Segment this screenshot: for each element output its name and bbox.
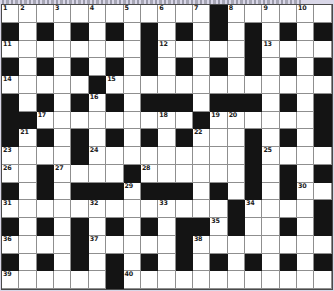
white-cell-r9c10[interactable] bbox=[176, 165, 193, 183]
white-cell-r15c17[interactable] bbox=[297, 271, 314, 289]
black-cell-r7c10 bbox=[176, 129, 193, 147]
white-cell-r11c12[interactable] bbox=[210, 200, 227, 218]
white-cell-r9c15[interactable] bbox=[262, 165, 279, 183]
black-cell-r11c13 bbox=[228, 200, 245, 218]
black-cell-r10c4 bbox=[71, 183, 88, 201]
white-cell-r15c5[interactable] bbox=[89, 271, 106, 289]
white-cell-r15c4[interactable] bbox=[71, 271, 88, 289]
white-cell-r3c17[interactable] bbox=[297, 58, 314, 76]
white-cell-r8c16[interactable] bbox=[280, 147, 297, 165]
white-cell-r8c12[interactable] bbox=[210, 147, 227, 165]
black-cell-r12c4 bbox=[71, 218, 88, 236]
black-cell-r5c16 bbox=[280, 94, 297, 112]
white-cell-r6c15[interactable] bbox=[262, 112, 279, 130]
black-cell-r12c18 bbox=[314, 218, 331, 236]
white-cell-r4c7[interactable] bbox=[124, 76, 141, 94]
black-cell-r12c16 bbox=[280, 218, 297, 236]
black-cell-r8c14 bbox=[245, 147, 262, 165]
white-cell-r8c3[interactable] bbox=[54, 147, 71, 165]
white-cell-r9c12[interactable] bbox=[210, 165, 227, 183]
black-cell-r6c18 bbox=[314, 112, 331, 130]
white-cell-r7c9[interactable] bbox=[158, 129, 175, 147]
white-cell-r13c6[interactable] bbox=[106, 236, 123, 254]
white-cell-r8c11[interactable] bbox=[193, 147, 210, 165]
white-cell-r8c13[interactable] bbox=[228, 147, 245, 165]
white-cell-r1c11[interactable] bbox=[193, 23, 210, 41]
white-cell-r15c9[interactable] bbox=[158, 271, 175, 289]
white-cell-r7c7[interactable] bbox=[124, 129, 141, 147]
black-cell-r8c4 bbox=[71, 147, 88, 165]
white-cell-r1c15[interactable] bbox=[262, 23, 279, 41]
white-cell-r14c5[interactable] bbox=[89, 254, 106, 272]
clue-number-6: 6 bbox=[159, 5, 163, 12]
clue-number-25: 25 bbox=[263, 147, 271, 154]
white-cell-r13c2[interactable] bbox=[37, 236, 54, 254]
black-cell-r3c4 bbox=[71, 58, 88, 76]
clue-number-8: 8 bbox=[229, 5, 233, 12]
clue-number-15: 15 bbox=[107, 76, 115, 83]
black-cell-r12c10 bbox=[176, 218, 193, 236]
white-cell-r4c9[interactable] bbox=[158, 76, 175, 94]
black-cell-r2c8 bbox=[141, 41, 158, 59]
black-cell-r7c0 bbox=[2, 129, 19, 147]
white-cell-r4c10[interactable] bbox=[176, 76, 193, 94]
white-cell-r6c16[interactable] bbox=[280, 112, 297, 130]
white-cell-r7c5[interactable] bbox=[89, 129, 106, 147]
white-cell-r6c12[interactable]: 19 bbox=[210, 112, 227, 130]
black-cell-r14c6 bbox=[106, 254, 123, 272]
white-cell-r14c13[interactable] bbox=[228, 254, 245, 272]
white-cell-r2c0[interactable]: 11 bbox=[2, 41, 19, 59]
white-cell-r2c17[interactable] bbox=[297, 41, 314, 59]
white-cell-r11c15[interactable] bbox=[262, 200, 279, 218]
clue-number-30: 30 bbox=[298, 183, 306, 190]
white-cell-r1c7[interactable] bbox=[124, 23, 141, 41]
black-cell-r3c10 bbox=[176, 58, 193, 76]
black-cell-r0c12 bbox=[210, 5, 227, 23]
clue-number-19: 19 bbox=[211, 112, 219, 119]
white-cell-r0c1[interactable]: 2 bbox=[19, 5, 36, 23]
white-cell-r5c1[interactable] bbox=[19, 94, 36, 112]
black-cell-r3c14 bbox=[245, 58, 262, 76]
white-cell-r14c1[interactable] bbox=[19, 254, 36, 272]
clue-number-40: 40 bbox=[125, 271, 133, 278]
white-cell-r8c8[interactable] bbox=[141, 147, 158, 165]
white-cell-r11c2[interactable] bbox=[37, 200, 54, 218]
white-cell-r12c17[interactable] bbox=[297, 218, 314, 236]
white-cell-r13c8[interactable] bbox=[141, 236, 158, 254]
white-cell-r0c4[interactable] bbox=[71, 5, 88, 23]
clue-number-17: 17 bbox=[38, 112, 46, 119]
white-cell-r11c16[interactable] bbox=[280, 200, 297, 218]
white-cell-r13c7[interactable] bbox=[124, 236, 141, 254]
black-cell-r5c18 bbox=[314, 94, 331, 112]
white-cell-r0c18[interactable] bbox=[314, 5, 331, 23]
black-cell-r5c6 bbox=[106, 94, 123, 112]
crossword-page: 1234567891011121314151617181920212223242… bbox=[0, 0, 334, 291]
white-cell-r10c11[interactable] bbox=[193, 183, 210, 201]
white-cell-r11c8[interactable] bbox=[141, 200, 158, 218]
black-cell-r10c12 bbox=[210, 183, 227, 201]
clue-number-26: 26 bbox=[3, 165, 11, 172]
black-cell-r1c8 bbox=[141, 23, 158, 41]
black-cell-r9c7 bbox=[124, 165, 141, 183]
black-cell-r5c13 bbox=[228, 94, 245, 112]
white-cell-r11c11[interactable] bbox=[193, 200, 210, 218]
white-cell-r1c1[interactable] bbox=[19, 23, 36, 41]
white-cell-r2c7[interactable] bbox=[124, 41, 141, 59]
white-cell-r13c13[interactable] bbox=[228, 236, 245, 254]
white-cell-r15c14[interactable] bbox=[245, 271, 262, 289]
black-cell-r3c8 bbox=[141, 58, 158, 76]
white-cell-r2c12[interactable] bbox=[210, 41, 227, 59]
white-cell-r7c1[interactable]: 21 bbox=[19, 129, 36, 147]
white-cell-r4c4[interactable] bbox=[71, 76, 88, 94]
white-cell-r11c0[interactable]: 31 bbox=[2, 200, 19, 218]
white-cell-r10c17[interactable]: 30 bbox=[297, 183, 314, 201]
clue-number-20: 20 bbox=[229, 112, 237, 119]
black-cell-r13c4 bbox=[71, 236, 88, 254]
white-cell-r8c2[interactable] bbox=[37, 147, 54, 165]
white-cell-r8c5[interactable]: 24 bbox=[89, 147, 106, 165]
black-cell-r5c10 bbox=[176, 94, 193, 112]
white-cell-r7c13[interactable] bbox=[228, 129, 245, 147]
white-cell-r13c5[interactable]: 37 bbox=[89, 236, 106, 254]
black-cell-r9c16 bbox=[280, 165, 297, 183]
white-cell-r7c12[interactable] bbox=[210, 129, 227, 147]
white-cell-r4c11[interactable] bbox=[193, 76, 210, 94]
white-cell-r6c8[interactable] bbox=[141, 112, 158, 130]
white-cell-r0c0[interactable]: 1 bbox=[2, 5, 19, 23]
white-cell-r10c3[interactable] bbox=[54, 183, 71, 201]
white-cell-r2c1[interactable] bbox=[19, 41, 36, 59]
black-cell-r5c2 bbox=[37, 94, 54, 112]
black-cell-r14c12 bbox=[210, 254, 227, 272]
white-cell-r10c15[interactable] bbox=[262, 183, 279, 201]
white-cell-r13c14[interactable] bbox=[245, 236, 262, 254]
white-cell-r2c10[interactable] bbox=[176, 41, 193, 59]
white-cell-r13c15[interactable] bbox=[262, 236, 279, 254]
white-cell-r1c9[interactable] bbox=[158, 23, 175, 41]
white-cell-r11c5[interactable]: 32 bbox=[89, 200, 106, 218]
white-cell-r15c12[interactable] bbox=[210, 271, 227, 289]
white-cell-r9c13[interactable] bbox=[228, 165, 245, 183]
white-cell-r1c13[interactable] bbox=[228, 23, 245, 41]
white-cell-r15c8[interactable] bbox=[141, 271, 158, 289]
white-cell-r11c10[interactable] bbox=[176, 200, 193, 218]
clue-number-33: 33 bbox=[159, 200, 167, 207]
white-cell-r13c0[interactable]: 36 bbox=[2, 236, 19, 254]
white-cell-r7c3[interactable] bbox=[54, 129, 71, 147]
white-cell-r3c5[interactable] bbox=[89, 58, 106, 76]
white-cell-r4c13[interactable] bbox=[228, 76, 245, 94]
white-cell-r15c11[interactable] bbox=[193, 271, 210, 289]
white-cell-r14c7[interactable] bbox=[124, 254, 141, 272]
black-cell-r12c2 bbox=[37, 218, 54, 236]
white-cell-r15c0[interactable]: 39 bbox=[2, 271, 19, 289]
black-cell-r2c14 bbox=[245, 41, 262, 59]
white-cell-r15c2[interactable] bbox=[37, 271, 54, 289]
black-cell-r7c2 bbox=[37, 129, 54, 147]
white-cell-r0c8[interactable] bbox=[141, 5, 158, 23]
black-cell-r6c11 bbox=[193, 112, 210, 130]
black-cell-r5c8 bbox=[141, 94, 158, 112]
white-cell-r3c9[interactable] bbox=[158, 58, 175, 76]
white-cell-r4c12[interactable] bbox=[210, 76, 227, 94]
white-cell-r9c8[interactable]: 28 bbox=[141, 165, 158, 183]
white-cell-r14c3[interactable] bbox=[54, 254, 71, 272]
white-cell-r11c7[interactable] bbox=[124, 200, 141, 218]
white-cell-r9c1[interactable] bbox=[19, 165, 36, 183]
white-cell-r11c4[interactable] bbox=[71, 200, 88, 218]
white-cell-r10c18[interactable] bbox=[314, 183, 331, 201]
white-cell-r12c12[interactable]: 35 bbox=[210, 218, 227, 236]
white-cell-r12c3[interactable] bbox=[54, 218, 71, 236]
white-cell-r5c5[interactable]: 16 bbox=[89, 94, 106, 112]
white-cell-r11c6[interactable] bbox=[106, 200, 123, 218]
white-cell-r5c11[interactable] bbox=[193, 94, 210, 112]
white-cell-r13c11[interactable]: 38 bbox=[193, 236, 210, 254]
white-cell-r6c2[interactable]: 17 bbox=[37, 112, 54, 130]
white-cell-r3c15[interactable] bbox=[262, 58, 279, 76]
black-cell-r3c0 bbox=[2, 58, 19, 76]
white-cell-r9c9[interactable] bbox=[158, 165, 175, 183]
white-cell-r1c17[interactable] bbox=[297, 23, 314, 41]
white-cell-r2c4[interactable] bbox=[71, 41, 88, 59]
black-cell-r9c18 bbox=[314, 165, 331, 183]
white-cell-r4c17[interactable] bbox=[297, 76, 314, 94]
white-cell-r13c17[interactable] bbox=[297, 236, 314, 254]
white-cell-r7c17[interactable] bbox=[297, 129, 314, 147]
white-cell-r0c13[interactable]: 8 bbox=[228, 5, 245, 23]
white-cell-r13c18[interactable] bbox=[314, 236, 331, 254]
white-cell-r4c0[interactable]: 14 bbox=[2, 76, 19, 94]
clue-number-28: 28 bbox=[142, 165, 150, 172]
white-cell-r0c17[interactable]: 10 bbox=[297, 5, 314, 23]
white-cell-r9c3[interactable]: 27 bbox=[54, 165, 71, 183]
white-cell-r14c17[interactable] bbox=[297, 254, 314, 272]
white-cell-r13c16[interactable] bbox=[280, 236, 297, 254]
black-cell-r10c2 bbox=[37, 183, 54, 201]
white-cell-r3c13[interactable] bbox=[228, 58, 245, 76]
white-cell-r2c13[interactable] bbox=[228, 41, 245, 59]
clue-number-11: 11 bbox=[3, 41, 11, 48]
white-cell-r6c7[interactable] bbox=[124, 112, 141, 130]
white-cell-r13c9[interactable] bbox=[158, 236, 175, 254]
white-cell-r2c11[interactable] bbox=[193, 41, 210, 59]
white-cell-r0c3[interactable]: 3 bbox=[54, 5, 71, 23]
white-cell-r14c11[interactable] bbox=[193, 254, 210, 272]
black-cell-r11c18 bbox=[314, 200, 331, 218]
white-cell-r0c16[interactable] bbox=[280, 5, 297, 23]
white-cell-r4c8[interactable] bbox=[141, 76, 158, 94]
clue-number-29: 29 bbox=[125, 183, 133, 190]
white-cell-r3c11[interactable] bbox=[193, 58, 210, 76]
clue-number-1: 1 bbox=[3, 5, 7, 12]
white-cell-r4c6[interactable]: 15 bbox=[106, 76, 123, 94]
white-cell-r6c4[interactable] bbox=[71, 112, 88, 130]
white-cell-r7c15[interactable] bbox=[262, 129, 279, 147]
white-cell-r0c5[interactable]: 4 bbox=[89, 5, 106, 23]
black-cell-r1c18 bbox=[314, 23, 331, 41]
white-cell-r9c4[interactable] bbox=[71, 165, 88, 183]
white-cell-r0c6[interactable] bbox=[106, 5, 123, 23]
white-cell-r2c16[interactable] bbox=[280, 41, 297, 59]
black-cell-r14c2 bbox=[37, 254, 54, 272]
clue-number-22: 22 bbox=[194, 129, 202, 136]
black-cell-r10c10 bbox=[176, 183, 193, 201]
white-cell-r4c14[interactable] bbox=[245, 76, 262, 94]
black-cell-r10c0 bbox=[2, 183, 19, 201]
white-cell-r8c10[interactable] bbox=[176, 147, 193, 165]
white-cell-r10c7[interactable]: 29 bbox=[124, 183, 141, 201]
white-cell-r9c17[interactable] bbox=[297, 165, 314, 183]
black-cell-r3c12 bbox=[210, 58, 227, 76]
white-cell-r15c16[interactable] bbox=[280, 271, 297, 289]
white-cell-r15c13[interactable] bbox=[228, 271, 245, 289]
white-cell-r12c1[interactable] bbox=[19, 218, 36, 236]
white-cell-r11c17[interactable] bbox=[297, 200, 314, 218]
white-cell-r12c9[interactable] bbox=[158, 218, 175, 236]
white-cell-r15c15[interactable] bbox=[262, 271, 279, 289]
white-cell-r2c3[interactable] bbox=[54, 41, 71, 59]
white-cell-r0c10[interactable] bbox=[176, 5, 193, 23]
clue-number-16: 16 bbox=[90, 94, 98, 101]
black-cell-r5c4 bbox=[71, 94, 88, 112]
white-cell-r8c0[interactable]: 23 bbox=[2, 147, 19, 165]
white-cell-r1c5[interactable] bbox=[89, 23, 106, 41]
white-cell-r2c18[interactable] bbox=[314, 41, 331, 59]
white-cell-r2c15[interactable]: 13 bbox=[262, 41, 279, 59]
white-cell-r5c15[interactable] bbox=[262, 94, 279, 112]
clue-number-39: 39 bbox=[3, 271, 11, 278]
white-cell-r8c6[interactable] bbox=[106, 147, 123, 165]
black-cell-r10c5 bbox=[89, 183, 106, 201]
white-cell-r0c7[interactable]: 5 bbox=[124, 5, 141, 23]
black-cell-r3c2 bbox=[37, 58, 54, 76]
white-cell-r10c13[interactable] bbox=[228, 183, 245, 201]
white-cell-r12c15[interactable] bbox=[262, 218, 279, 236]
white-cell-r8c18[interactable] bbox=[314, 147, 331, 165]
black-cell-r1c2 bbox=[37, 23, 54, 41]
white-cell-r14c9[interactable] bbox=[158, 254, 175, 272]
white-cell-r15c10[interactable] bbox=[176, 271, 193, 289]
white-cell-r11c1[interactable] bbox=[19, 200, 36, 218]
white-cell-r4c15[interactable] bbox=[262, 76, 279, 94]
white-cell-r4c18[interactable] bbox=[314, 76, 331, 94]
white-cell-r12c7[interactable] bbox=[124, 218, 141, 236]
white-cell-r5c17[interactable] bbox=[297, 94, 314, 112]
white-cell-r11c3[interactable] bbox=[54, 200, 71, 218]
clue-number-13: 13 bbox=[263, 41, 271, 48]
white-cell-r6c3[interactable] bbox=[54, 112, 71, 130]
white-cell-r5c3[interactable] bbox=[54, 94, 71, 112]
black-cell-r14c14 bbox=[245, 254, 262, 272]
white-cell-r11c9[interactable]: 33 bbox=[158, 200, 175, 218]
white-cell-r8c7[interactable] bbox=[124, 147, 141, 165]
white-cell-r1c3[interactable] bbox=[54, 23, 71, 41]
black-cell-r7c18 bbox=[314, 129, 331, 147]
white-cell-r4c3[interactable] bbox=[54, 76, 71, 94]
white-cell-r15c18[interactable] bbox=[314, 271, 331, 289]
white-cell-r11c14[interactable]: 34 bbox=[245, 200, 262, 218]
black-cell-r10c6 bbox=[106, 183, 123, 201]
white-cell-r7c11[interactable]: 22 bbox=[193, 129, 210, 147]
white-cell-r6c17[interactable] bbox=[297, 112, 314, 130]
clue-number-38: 38 bbox=[194, 236, 202, 243]
white-cell-r15c1[interactable] bbox=[19, 271, 36, 289]
clue-number-24: 24 bbox=[90, 147, 98, 154]
white-cell-r2c6[interactable] bbox=[106, 41, 123, 59]
white-cell-r12c14[interactable] bbox=[245, 218, 262, 236]
white-cell-r6c13[interactable]: 20 bbox=[228, 112, 245, 130]
black-cell-r14c4 bbox=[71, 254, 88, 272]
white-cell-r6c14[interactable] bbox=[245, 112, 262, 130]
white-cell-r10c1[interactable] bbox=[19, 183, 36, 201]
white-cell-r13c12[interactable] bbox=[210, 236, 227, 254]
clue-number-14: 14 bbox=[3, 76, 11, 83]
white-cell-r9c0[interactable]: 26 bbox=[2, 165, 19, 183]
white-cell-r2c2[interactable] bbox=[37, 41, 54, 59]
black-cell-r1c12 bbox=[210, 23, 227, 41]
white-cell-r0c9[interactable]: 6 bbox=[158, 5, 175, 23]
white-cell-r3c7[interactable] bbox=[124, 58, 141, 76]
white-cell-r9c5[interactable] bbox=[89, 165, 106, 183]
white-cell-r4c2[interactable] bbox=[37, 76, 54, 94]
black-cell-r13c10 bbox=[176, 236, 193, 254]
black-cell-r9c14 bbox=[245, 165, 262, 183]
white-cell-r0c15[interactable]: 9 bbox=[262, 5, 279, 23]
white-cell-r14c15[interactable] bbox=[262, 254, 279, 272]
black-cell-r12c0 bbox=[2, 218, 19, 236]
white-cell-r5c7[interactable] bbox=[124, 94, 141, 112]
white-cell-r3c3[interactable] bbox=[54, 58, 71, 76]
black-cell-r12c13 bbox=[228, 218, 245, 236]
white-cell-r0c11[interactable]: 7 bbox=[193, 5, 210, 23]
white-cell-r2c5[interactable] bbox=[89, 41, 106, 59]
white-cell-r6c10[interactable] bbox=[176, 112, 193, 130]
clue-number-18: 18 bbox=[159, 112, 167, 119]
white-cell-r3c1[interactable] bbox=[19, 58, 36, 76]
white-cell-r9c6[interactable] bbox=[106, 165, 123, 183]
white-cell-r0c14[interactable] bbox=[245, 5, 262, 23]
clue-number-9: 9 bbox=[263, 5, 267, 12]
white-cell-r8c1[interactable] bbox=[19, 147, 36, 165]
white-cell-r8c15[interactable]: 25 bbox=[262, 147, 279, 165]
black-cell-r5c0 bbox=[2, 94, 19, 112]
white-cell-r6c5[interactable] bbox=[89, 112, 106, 130]
white-cell-r0c2[interactable] bbox=[37, 5, 54, 23]
white-cell-r6c6[interactable] bbox=[106, 112, 123, 130]
white-cell-r15c7[interactable]: 40 bbox=[124, 271, 141, 289]
white-cell-r6c9[interactable]: 18 bbox=[158, 112, 175, 130]
white-cell-r2c9[interactable]: 12 bbox=[158, 41, 175, 59]
white-cell-r8c17[interactable] bbox=[297, 147, 314, 165]
white-cell-r4c1[interactable] bbox=[19, 76, 36, 94]
white-cell-r8c9[interactable] bbox=[158, 147, 175, 165]
white-cell-r13c1[interactable] bbox=[19, 236, 36, 254]
white-cell-r9c11[interactable] bbox=[193, 165, 210, 183]
white-cell-r12c5[interactable] bbox=[89, 218, 106, 236]
clue-number-21: 21 bbox=[20, 129, 28, 136]
black-cell-r12c6 bbox=[106, 218, 123, 236]
black-cell-r6c1 bbox=[19, 112, 36, 130]
black-cell-r3c16 bbox=[280, 58, 297, 76]
white-cell-r15c3[interactable] bbox=[54, 271, 71, 289]
black-cell-r7c6 bbox=[106, 129, 123, 147]
white-cell-r4c16[interactable] bbox=[280, 76, 297, 94]
white-cell-r13c3[interactable] bbox=[54, 236, 71, 254]
